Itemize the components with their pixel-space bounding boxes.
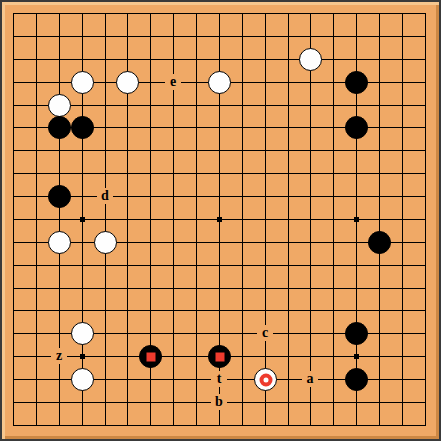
black-stone (345, 116, 368, 139)
board-grid: edcztab (13, 13, 426, 426)
black-stone (345, 368, 368, 391)
grid-line-vertical (425, 13, 426, 426)
board-label: z (51, 348, 67, 364)
board-label: b (211, 394, 227, 410)
black-stone (345, 322, 368, 345)
grid-line-vertical (310, 13, 311, 426)
grid-line-vertical (288, 13, 289, 426)
white-stone (48, 94, 71, 117)
red-circle-mark (259, 373, 272, 386)
white-stone (299, 48, 322, 71)
grid-line-horizontal (13, 265, 426, 266)
white-stone (71, 368, 94, 391)
white-stone (71, 71, 94, 94)
board-label: a (302, 371, 318, 387)
star-point (217, 217, 222, 222)
board-label: c (257, 325, 273, 341)
board-label: e (165, 74, 181, 90)
grid-line-vertical (402, 13, 403, 426)
grid-line-vertical (333, 13, 334, 426)
board-label: t (211, 371, 227, 387)
white-stone (71, 322, 94, 345)
white-stone (208, 71, 231, 94)
grid-line-vertical (242, 13, 243, 426)
star-point (80, 354, 85, 359)
white-stone (48, 231, 71, 254)
black-stone (48, 116, 71, 139)
star-point (354, 354, 359, 359)
star-point (354, 217, 359, 222)
black-stone (48, 185, 71, 208)
grid-line-vertical (265, 13, 266, 426)
black-stone (139, 345, 162, 368)
grid-line-horizontal (13, 310, 426, 311)
grid-line-horizontal (13, 425, 426, 426)
star-point (80, 217, 85, 222)
red-square-mark (146, 352, 155, 361)
white-stone (116, 71, 139, 94)
board-label: d (97, 188, 113, 204)
white-stone (254, 368, 277, 391)
black-stone (368, 231, 391, 254)
grid-line-vertical (379, 13, 380, 426)
white-stone (94, 231, 117, 254)
black-stone (71, 116, 94, 139)
black-stone (345, 71, 368, 94)
grid-line-horizontal (13, 242, 426, 243)
go-board: edcztab (0, 0, 441, 441)
red-square-mark (215, 352, 224, 361)
grid-line-horizontal (13, 288, 426, 289)
black-stone (208, 345, 231, 368)
